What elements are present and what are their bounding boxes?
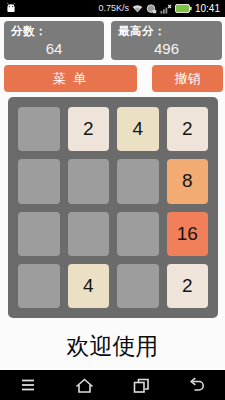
best-score-value: 496	[118, 40, 215, 57]
control-buttons: 菜 单 撤销	[4, 65, 223, 92]
cell-r1c2: 2	[68, 107, 110, 151]
nav-recents-button[interactable]	[121, 370, 161, 400]
back-icon	[187, 377, 206, 393]
cell-r2c3	[117, 159, 159, 203]
game-board[interactable]: 2 4 2 8 16 4 2	[8, 97, 218, 318]
home-icon	[75, 377, 94, 394]
cell-r4c2: 4	[68, 264, 110, 308]
cell-r3c1	[18, 212, 60, 256]
cell-r2c2	[68, 159, 110, 203]
best-score-label: 最高分：	[118, 24, 215, 39]
score-box: 分数： 64	[4, 21, 104, 60]
cell-r3c3	[117, 212, 159, 256]
nav-home-button[interactable]	[64, 370, 104, 400]
cell-r3c4: 16	[167, 212, 209, 256]
menu-icon	[19, 377, 37, 393]
cell-r1c3: 4	[117, 107, 159, 151]
android-notification-icon	[5, 3, 17, 14]
cell-r4c1	[18, 264, 60, 308]
cell-r3c2	[68, 212, 110, 256]
nav-back-button[interactable]	[177, 370, 217, 400]
signal-strength-icon	[160, 4, 172, 14]
score-label: 分数：	[11, 24, 97, 39]
best-score-box: 最高分： 496	[111, 21, 222, 60]
cell-r4c3	[117, 264, 159, 308]
battery-icon	[175, 4, 192, 13]
status-bar: 0.75K/s 10:41	[0, 0, 225, 17]
cell-r1c1	[18, 107, 60, 151]
menu-button[interactable]: 菜 单	[4, 65, 137, 92]
status-circle-icon	[146, 4, 157, 14]
undo-button[interactable]: 撤销	[152, 65, 223, 92]
wifi-icon	[132, 4, 143, 13]
score-value: 64	[11, 40, 97, 57]
cell-r2c4: 8	[167, 159, 209, 203]
cell-r1c4: 2	[167, 107, 209, 151]
nav-menu-button[interactable]	[8, 370, 48, 400]
network-speed: 0.75K/s	[98, 4, 129, 13]
phone-screen: 0.75K/s 10:41 分数：	[0, 0, 225, 400]
welcome-toast: 欢迎使用	[0, 331, 225, 361]
navigation-bar	[0, 370, 225, 400]
score-row: 分数： 64 最高分： 496	[4, 21, 222, 60]
clock: 10:41	[195, 4, 220, 14]
recents-icon	[132, 377, 150, 394]
cell-r2c1	[18, 159, 60, 203]
cell-r4c4: 2	[167, 264, 209, 308]
